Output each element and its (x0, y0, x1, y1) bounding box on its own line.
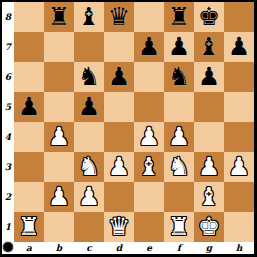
square-d4[interactable] (104, 122, 134, 152)
piece-white-knight-c3[interactable]: ♞ (74, 152, 104, 182)
piece-black-king-g8[interactable]: ♚ (194, 2, 224, 32)
piece-white-pawn-b4[interactable]: ♟ (44, 122, 74, 152)
square-a3[interactable] (14, 152, 44, 182)
square-b7[interactable] (44, 32, 74, 62)
square-g4[interactable] (194, 122, 224, 152)
square-d6[interactable]: ♟ (104, 62, 134, 92)
square-h4[interactable] (224, 122, 254, 152)
square-a5[interactable]: ♟ (14, 92, 44, 122)
square-c1[interactable] (74, 212, 104, 242)
square-e3[interactable]: ♝ (134, 152, 164, 182)
square-c5[interactable]: ♟ (74, 92, 104, 122)
chess-diagram: 87654321 ♜♝♛♜♚♟♟♝♟♞♟♞♟♟♟♟♟♟♞♟♝♞♟♟♟♟♝♜♛♜♚… (2, 2, 254, 254)
piece-white-rook-a1[interactable]: ♜ (14, 212, 44, 242)
square-b6[interactable] (44, 62, 74, 92)
square-h5[interactable] (224, 92, 254, 122)
square-a8[interactable] (14, 2, 44, 32)
piece-black-bishop-g7[interactable]: ♝ (194, 32, 224, 62)
file-label-f: f (164, 242, 194, 254)
piece-black-knight-f6[interactable]: ♞ (164, 62, 194, 92)
piece-black-rook-b8[interactable]: ♜ (44, 2, 74, 32)
square-e1[interactable] (134, 212, 164, 242)
square-b8[interactable]: ♜ (44, 2, 74, 32)
square-d5[interactable] (104, 92, 134, 122)
rank-label-1: 1 (2, 212, 14, 242)
square-a1[interactable]: ♜ (14, 212, 44, 242)
square-a4[interactable] (14, 122, 44, 152)
piece-black-pawn-a5[interactable]: ♟ (14, 92, 44, 122)
square-a7[interactable] (14, 32, 44, 62)
square-h7[interactable]: ♟ (224, 32, 254, 62)
square-c3[interactable]: ♞ (74, 152, 104, 182)
turn-indicator-black-to-move (3, 242, 13, 252)
square-g5[interactable] (194, 92, 224, 122)
piece-white-pawn-e4[interactable]: ♟ (134, 122, 164, 152)
piece-black-knight-c6[interactable]: ♞ (74, 62, 104, 92)
piece-black-pawn-d6[interactable]: ♟ (104, 62, 134, 92)
square-e7[interactable]: ♟ (134, 32, 164, 62)
rank-label-3: 3 (2, 152, 14, 182)
square-a2[interactable] (14, 182, 44, 212)
square-c7[interactable] (74, 32, 104, 62)
square-e8[interactable] (134, 2, 164, 32)
square-a6[interactable] (14, 62, 44, 92)
rank-label-2: 2 (2, 182, 14, 212)
square-c2[interactable]: ♟ (74, 182, 104, 212)
square-b3[interactable] (44, 152, 74, 182)
square-c4[interactable] (74, 122, 104, 152)
piece-white-king-g1[interactable]: ♚ (194, 212, 224, 242)
square-e4[interactable]: ♟ (134, 122, 164, 152)
square-e2[interactable] (134, 182, 164, 212)
square-d2[interactable] (104, 182, 134, 212)
piece-white-knight-f3[interactable]: ♞ (164, 152, 194, 182)
piece-white-pawn-g3[interactable]: ♟ (194, 152, 224, 182)
square-g1[interactable]: ♚ (194, 212, 224, 242)
square-g7[interactable]: ♝ (194, 32, 224, 62)
square-h2[interactable] (224, 182, 254, 212)
file-label-b: b (44, 242, 74, 254)
square-c6[interactable]: ♞ (74, 62, 104, 92)
square-b2[interactable]: ♟ (44, 182, 74, 212)
rank-label-5: 5 (2, 92, 14, 122)
piece-white-pawn-c2[interactable]: ♟ (74, 182, 104, 212)
square-b1[interactable] (44, 212, 74, 242)
chess-diagram-frame: 87654321 ♜♝♛♜♚♟♟♝♟♞♟♞♟♟♟♟♟♟♞♟♝♞♟♟♟♟♝♜♛♜♚… (0, 0, 257, 257)
square-f6[interactable]: ♞ (164, 62, 194, 92)
piece-white-bishop-g2[interactable]: ♝ (194, 182, 224, 212)
board: ♜♝♛♜♚♟♟♝♟♞♟♞♟♟♟♟♟♟♞♟♝♞♟♟♟♟♝♜♛♜♚ (14, 2, 254, 242)
rank-labels: 87654321 (2, 2, 14, 242)
piece-black-pawn-c5[interactable]: ♟ (74, 92, 104, 122)
file-label-c: c (74, 242, 104, 254)
rank-label-7: 7 (2, 32, 14, 62)
square-g2[interactable]: ♝ (194, 182, 224, 212)
file-label-g: g (194, 242, 224, 254)
rank-label-8: 8 (2, 2, 14, 32)
file-label-h: h (224, 242, 254, 254)
square-h6[interactable] (224, 62, 254, 92)
piece-white-bishop-e3[interactable]: ♝ (134, 152, 164, 182)
square-h8[interactable] (224, 2, 254, 32)
piece-black-pawn-h7[interactable]: ♟ (224, 32, 254, 62)
piece-white-pawn-f4[interactable]: ♟ (164, 122, 194, 152)
square-h3[interactable]: ♟ (224, 152, 254, 182)
piece-white-queen-d1[interactable]: ♛ (104, 212, 134, 242)
file-label-e: e (134, 242, 164, 254)
square-f7[interactable]: ♟ (164, 32, 194, 62)
rank-label-4: 4 (2, 122, 14, 152)
square-b4[interactable]: ♟ (44, 122, 74, 152)
piece-black-pawn-f7[interactable]: ♟ (164, 32, 194, 62)
square-e6[interactable] (134, 62, 164, 92)
square-d8[interactable]: ♛ (104, 2, 134, 32)
piece-black-pawn-g6[interactable]: ♟ (194, 62, 224, 92)
piece-white-pawn-d3[interactable]: ♟ (104, 152, 134, 182)
file-label-a: a (14, 242, 44, 254)
square-f2[interactable] (164, 182, 194, 212)
square-f4[interactable]: ♟ (164, 122, 194, 152)
piece-black-bishop-c8[interactable]: ♝ (74, 2, 104, 32)
square-d7[interactable] (104, 32, 134, 62)
piece-black-rook-f8[interactable]: ♜ (164, 2, 194, 32)
square-c8[interactable]: ♝ (74, 2, 104, 32)
piece-white-pawn-h3[interactable]: ♟ (224, 152, 254, 182)
square-g8[interactable]: ♚ (194, 2, 224, 32)
file-label-d: d (104, 242, 134, 254)
square-f5[interactable] (164, 92, 194, 122)
square-e5[interactable] (134, 92, 164, 122)
piece-black-pawn-e7[interactable]: ♟ (134, 32, 164, 62)
square-h1[interactable] (224, 212, 254, 242)
square-b5[interactable] (44, 92, 74, 122)
square-d3[interactable]: ♟ (104, 152, 134, 182)
square-f1[interactable]: ♜ (164, 212, 194, 242)
file-labels: abcdefgh (14, 242, 254, 254)
square-g6[interactable]: ♟ (194, 62, 224, 92)
piece-black-queen-d8[interactable]: ♛ (104, 2, 134, 32)
rank-label-6: 6 (2, 62, 14, 92)
square-f3[interactable]: ♞ (164, 152, 194, 182)
square-d1[interactable]: ♛ (104, 212, 134, 242)
piece-white-pawn-b2[interactable]: ♟ (44, 182, 74, 212)
square-g3[interactable]: ♟ (194, 152, 224, 182)
square-f8[interactable]: ♜ (164, 2, 194, 32)
piece-white-rook-f1[interactable]: ♜ (164, 212, 194, 242)
